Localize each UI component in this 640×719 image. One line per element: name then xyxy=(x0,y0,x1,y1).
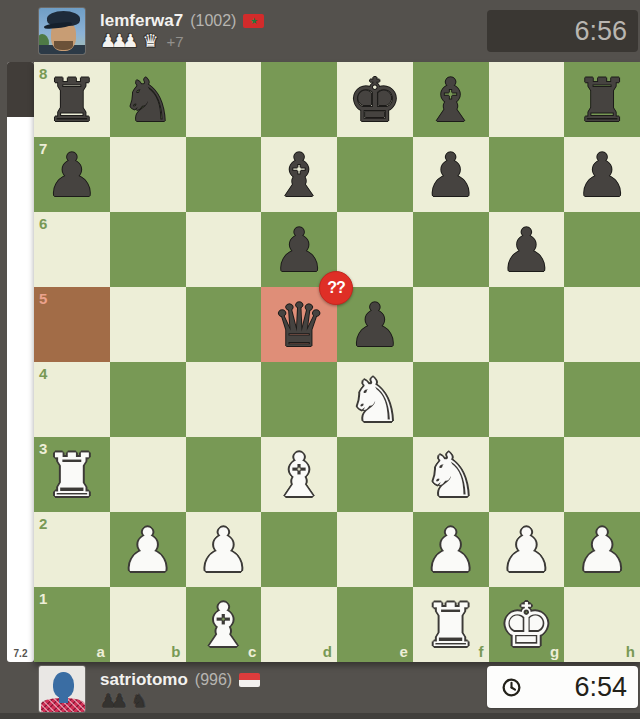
captured-white-pawns-icon: ♟♟♟ xyxy=(100,32,133,50)
square-e8[interactable]: ♚ xyxy=(337,62,413,137)
square-b4[interactable] xyxy=(110,362,186,437)
square-g2[interactable]: ♟ xyxy=(489,512,565,587)
square-f1[interactable]: f♜ xyxy=(413,587,489,662)
square-f6[interactable] xyxy=(413,212,489,287)
bottom-shade xyxy=(0,713,640,719)
top-player-clock: 6:56 xyxy=(487,10,638,52)
square-c1[interactable]: c♝ xyxy=(186,587,262,662)
bottom-player-bar: satriotomo (996) ♟♟ ♞ 6:54 xyxy=(0,662,640,719)
square-f4[interactable] xyxy=(413,362,489,437)
top-clock-time: 6:56 xyxy=(574,16,627,47)
piece-black-rook[interactable]: ♜ xyxy=(34,62,110,137)
square-e7[interactable] xyxy=(337,137,413,212)
square-b3[interactable] xyxy=(110,437,186,512)
avatar-default-head xyxy=(53,672,74,698)
square-a3[interactable]: 3♜ xyxy=(34,437,110,512)
square-g1[interactable]: g♚ xyxy=(489,587,565,662)
square-h6[interactable] xyxy=(564,212,640,287)
file-label-b: b xyxy=(171,644,180,659)
square-e3[interactable] xyxy=(337,437,413,512)
square-d7[interactable]: ♝ xyxy=(261,137,337,212)
top-player-name[interactable]: lemferwa7 xyxy=(100,11,183,31)
square-d2[interactable] xyxy=(261,512,337,587)
square-g4[interactable] xyxy=(489,362,565,437)
square-d8[interactable] xyxy=(261,62,337,137)
eval-score: 7.2 xyxy=(7,648,34,659)
square-d3[interactable]: ♝ xyxy=(261,437,337,512)
square-h8[interactable]: ♜ xyxy=(564,62,640,137)
square-d4[interactable] xyxy=(261,362,337,437)
piece-white-pawn[interactable]: ♟ xyxy=(186,512,262,587)
square-b7[interactable] xyxy=(110,137,186,212)
piece-white-rook[interactable]: ♜ xyxy=(34,437,110,512)
square-h2[interactable]: ♟ xyxy=(564,512,640,587)
rank-label-4: 4 xyxy=(39,366,47,381)
captured-black-pawns-icon: ♟♟ xyxy=(100,692,122,710)
top-player-avatar[interactable] xyxy=(38,7,86,55)
piece-white-pawn[interactable]: ♟ xyxy=(413,512,489,587)
bottom-player-avatar[interactable] xyxy=(38,665,86,713)
avatar-photo-beard xyxy=(54,41,73,50)
square-c5[interactable] xyxy=(186,287,262,362)
square-f7[interactable]: ♟ xyxy=(413,137,489,212)
piece-black-pawn[interactable]: ♟ xyxy=(489,212,565,287)
square-e2[interactable] xyxy=(337,512,413,587)
rank-label-6: 6 xyxy=(39,216,47,231)
square-b1[interactable]: b xyxy=(110,587,186,662)
square-c3[interactable] xyxy=(186,437,262,512)
square-f8[interactable]: ♝ xyxy=(413,62,489,137)
piece-white-pawn[interactable]: ♟ xyxy=(564,512,640,587)
square-b2[interactable]: ♟ xyxy=(110,512,186,587)
piece-white-knight[interactable]: ♞ xyxy=(413,437,489,512)
evaluation-bar: 7.2 xyxy=(7,62,34,662)
square-c2[interactable]: ♟ xyxy=(186,512,262,587)
morocco-flag-icon: ★ xyxy=(243,14,264,28)
piece-white-knight[interactable]: ♞ xyxy=(337,362,413,437)
square-b8[interactable]: ♞ xyxy=(110,62,186,137)
flag-star: ★ xyxy=(250,17,258,26)
blunder-badge: ?? xyxy=(319,271,353,305)
square-a6[interactable]: 6 xyxy=(34,212,110,287)
square-a7[interactable]: 7♟ xyxy=(34,137,110,212)
top-player-rating: (1002) xyxy=(190,12,236,30)
piece-black-bishop[interactable]: ♝ xyxy=(261,137,337,212)
piece-white-pawn[interactable]: ♟ xyxy=(489,512,565,587)
file-label-a: a xyxy=(96,644,104,659)
top-player-bar: lemferwa7 (1002) ★ ♟♟♟ ♛ +7 6:56 xyxy=(0,0,640,62)
square-d1[interactable]: d xyxy=(261,587,337,662)
piece-black-rook[interactable]: ♜ xyxy=(564,62,640,137)
piece-black-knight[interactable]: ♞ xyxy=(110,62,186,137)
piece-white-rook[interactable]: ♜ xyxy=(413,587,489,662)
captured-white-queen-icon: ♛ xyxy=(142,32,158,50)
bottom-player-clock: 6:54 xyxy=(487,666,638,708)
square-b5[interactable] xyxy=(110,287,186,362)
piece-black-pawn[interactable]: ♟ xyxy=(34,137,110,212)
eval-black-section xyxy=(7,62,34,117)
piece-white-pawn[interactable]: ♟ xyxy=(110,512,186,587)
square-f2[interactable]: ♟ xyxy=(413,512,489,587)
square-g5[interactable] xyxy=(489,287,565,362)
piece-black-king[interactable]: ♚ xyxy=(337,62,413,137)
square-g7[interactable] xyxy=(489,137,565,212)
square-c8[interactable] xyxy=(186,62,262,137)
material-advantage: +7 xyxy=(167,33,184,50)
indonesia-flag-icon xyxy=(239,673,260,687)
top-captured-pieces: ♟♟♟ ♛ +7 xyxy=(100,30,184,52)
square-h7[interactable]: ♟ xyxy=(564,137,640,212)
square-g6[interactable]: ♟ xyxy=(489,212,565,287)
square-c4[interactable] xyxy=(186,362,262,437)
square-h1[interactable]: h xyxy=(564,587,640,662)
piece-black-pawn[interactable]: ♟ xyxy=(564,137,640,212)
file-label-d: d xyxy=(323,644,332,659)
piece-white-king[interactable]: ♚ xyxy=(489,587,565,662)
square-a4[interactable]: 4 xyxy=(34,362,110,437)
piece-black-bishop[interactable]: ♝ xyxy=(413,62,489,137)
square-h5[interactable] xyxy=(564,287,640,362)
square-f5[interactable] xyxy=(413,287,489,362)
square-e1[interactable]: e xyxy=(337,587,413,662)
captured-black-knight-icon: ♞ xyxy=(131,692,147,710)
piece-black-pawn[interactable]: ♟ xyxy=(413,137,489,212)
square-a5[interactable]: 5 xyxy=(34,287,110,362)
piece-white-bishop[interactable]: ♝ xyxy=(261,437,337,512)
clock-icon xyxy=(501,677,522,698)
square-a8[interactable]: 8♜ xyxy=(34,62,110,137)
square-c6[interactable] xyxy=(186,212,262,287)
file-label-e: e xyxy=(399,644,407,659)
square-g3[interactable] xyxy=(489,437,565,512)
square-a1[interactable]: 1a xyxy=(34,587,110,662)
square-g8[interactable] xyxy=(489,62,565,137)
square-c7[interactable] xyxy=(186,137,262,212)
file-label-h: h xyxy=(626,644,635,659)
bottom-player-rating: (996) xyxy=(195,671,232,689)
square-a2[interactable]: 2 xyxy=(34,512,110,587)
bottom-player-name-row[interactable]: satriotomo (996) xyxy=(100,670,260,690)
square-h4[interactable] xyxy=(564,362,640,437)
chess-board[interactable]: ?? 8♜♞♚♝♜7♟♝♟♟6♟♟5♛♟4♞3♜♝♞2♟♟♟♟♟1abc♝def… xyxy=(34,62,640,662)
square-h3[interactable] xyxy=(564,437,640,512)
bottom-captured-pieces: ♟♟ ♞ xyxy=(100,690,147,712)
bottom-clock-time: 6:54 xyxy=(574,672,627,703)
bottom-player-name[interactable]: satriotomo xyxy=(100,670,188,690)
piece-white-bishop[interactable]: ♝ xyxy=(186,587,262,662)
square-f3[interactable]: ♞ xyxy=(413,437,489,512)
rank-label-1: 1 xyxy=(39,591,47,606)
rank-label-5: 5 xyxy=(39,291,47,306)
rank-label-2: 2 xyxy=(39,516,47,531)
square-e4[interactable]: ♞ xyxy=(337,362,413,437)
top-player-name-row[interactable]: lemferwa7 (1002) ★ xyxy=(100,11,264,31)
square-b6[interactable] xyxy=(110,212,186,287)
